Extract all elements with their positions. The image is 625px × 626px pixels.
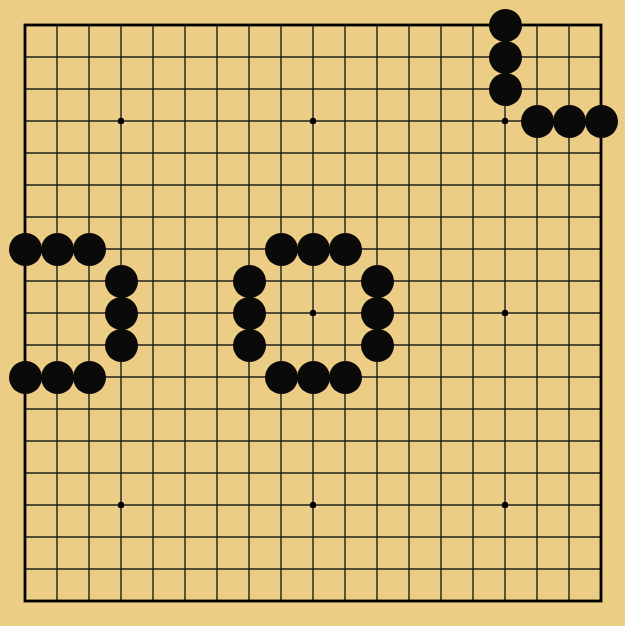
intersection-O10[interactable] [425, 297, 457, 329]
intersection-F14[interactable] [169, 169, 201, 201]
intersection-L6[interactable] [329, 425, 361, 457]
intersection-H1[interactable] [233, 585, 265, 617]
intersection-C1[interactable] [73, 585, 105, 617]
intersection-B10[interactable] [41, 297, 73, 329]
intersection-M13[interactable] [361, 201, 393, 233]
intersection-K9[interactable] [297, 329, 329, 361]
intersection-P6[interactable] [457, 425, 489, 457]
intersection-D18[interactable] [105, 41, 137, 73]
intersection-T9[interactable] [585, 329, 617, 361]
intersection-H11[interactable] [233, 265, 265, 297]
intersection-K17[interactable] [297, 73, 329, 105]
intersection-M16[interactable] [361, 105, 393, 137]
intersection-O11[interactable] [425, 265, 457, 297]
intersection-F9[interactable] [169, 329, 201, 361]
intersection-C12[interactable] [73, 233, 105, 265]
intersection-R15[interactable] [521, 137, 553, 169]
intersection-N7[interactable] [393, 393, 425, 425]
intersection-J15[interactable] [265, 137, 297, 169]
intersection-E7[interactable] [137, 393, 169, 425]
intersection-R19[interactable] [521, 9, 553, 41]
intersection-Q1[interactable] [489, 585, 521, 617]
intersection-A6[interactable] [9, 425, 41, 457]
intersection-J2[interactable] [265, 553, 297, 585]
intersection-B17[interactable] [41, 73, 73, 105]
intersection-A3[interactable] [9, 521, 41, 553]
intersection-C6[interactable] [73, 425, 105, 457]
intersection-H14[interactable] [233, 169, 265, 201]
intersection-N13[interactable] [393, 201, 425, 233]
intersection-G13[interactable] [201, 201, 233, 233]
intersection-L8[interactable] [329, 361, 361, 393]
intersection-A10[interactable] [9, 297, 41, 329]
intersection-R11[interactable] [521, 265, 553, 297]
intersection-H10[interactable] [233, 297, 265, 329]
intersection-M7[interactable] [361, 393, 393, 425]
intersection-G6[interactable] [201, 425, 233, 457]
intersection-T17[interactable] [585, 73, 617, 105]
intersection-B5[interactable] [41, 457, 73, 489]
intersection-G14[interactable] [201, 169, 233, 201]
intersection-H8[interactable] [233, 361, 265, 393]
intersection-D9[interactable] [105, 329, 137, 361]
intersection-L19[interactable] [329, 9, 361, 41]
intersection-P9[interactable] [457, 329, 489, 361]
intersection-S10[interactable] [553, 297, 585, 329]
intersection-S11[interactable] [553, 265, 585, 297]
intersection-B9[interactable] [41, 329, 73, 361]
intersection-K12[interactable] [297, 233, 329, 265]
intersection-N3[interactable] [393, 521, 425, 553]
intersection-F17[interactable] [169, 73, 201, 105]
intersection-F11[interactable] [169, 265, 201, 297]
intersection-K16[interactable] [297, 105, 329, 137]
intersection-B14[interactable] [41, 169, 73, 201]
intersection-T15[interactable] [585, 137, 617, 169]
intersection-R3[interactable] [521, 521, 553, 553]
intersection-C3[interactable] [73, 521, 105, 553]
intersection-N8[interactable] [393, 361, 425, 393]
intersection-Q6[interactable] [489, 425, 521, 457]
intersection-G4[interactable] [201, 489, 233, 521]
intersection-R10[interactable] [521, 297, 553, 329]
intersection-E15[interactable] [137, 137, 169, 169]
intersection-J3[interactable] [265, 521, 297, 553]
intersection-J4[interactable] [265, 489, 297, 521]
intersection-C9[interactable] [73, 329, 105, 361]
intersection-G18[interactable] [201, 41, 233, 73]
intersection-F2[interactable] [169, 553, 201, 585]
intersection-F7[interactable] [169, 393, 201, 425]
intersection-J1[interactable] [265, 585, 297, 617]
intersection-D5[interactable] [105, 457, 137, 489]
intersection-O15[interactable] [425, 137, 457, 169]
intersection-P3[interactable] [457, 521, 489, 553]
intersection-F12[interactable] [169, 233, 201, 265]
intersection-H6[interactable] [233, 425, 265, 457]
intersection-T7[interactable] [585, 393, 617, 425]
intersection-N19[interactable] [393, 9, 425, 41]
intersection-R9[interactable] [521, 329, 553, 361]
intersection-R18[interactable] [521, 41, 553, 73]
intersection-P15[interactable] [457, 137, 489, 169]
intersection-J10[interactable] [265, 297, 297, 329]
intersection-O8[interactable] [425, 361, 457, 393]
intersection-G19[interactable] [201, 9, 233, 41]
intersection-C8[interactable] [73, 361, 105, 393]
intersection-K4[interactable] [297, 489, 329, 521]
intersection-C5[interactable] [73, 457, 105, 489]
intersection-L14[interactable] [329, 169, 361, 201]
intersection-D14[interactable] [105, 169, 137, 201]
intersection-D1[interactable] [105, 585, 137, 617]
intersection-C4[interactable] [73, 489, 105, 521]
intersection-P17[interactable] [457, 73, 489, 105]
intersection-S9[interactable] [553, 329, 585, 361]
intersection-L17[interactable] [329, 73, 361, 105]
intersection-E11[interactable] [137, 265, 169, 297]
intersection-O14[interactable] [425, 169, 457, 201]
intersection-Q8[interactable] [489, 361, 521, 393]
intersection-E2[interactable] [137, 553, 169, 585]
intersection-R2[interactable] [521, 553, 553, 585]
intersection-H12[interactable] [233, 233, 265, 265]
intersection-S16[interactable] [553, 105, 585, 137]
intersection-L9[interactable] [329, 329, 361, 361]
intersection-T13[interactable] [585, 201, 617, 233]
intersection-T5[interactable] [585, 457, 617, 489]
intersection-M12[interactable] [361, 233, 393, 265]
intersection-N12[interactable] [393, 233, 425, 265]
intersection-D6[interactable] [105, 425, 137, 457]
intersection-D16[interactable] [105, 105, 137, 137]
intersection-L2[interactable] [329, 553, 361, 585]
intersection-T12[interactable] [585, 233, 617, 265]
intersection-T16[interactable] [585, 105, 617, 137]
intersection-R17[interactable] [521, 73, 553, 105]
intersection-R13[interactable] [521, 201, 553, 233]
intersection-B7[interactable] [41, 393, 73, 425]
intersection-J14[interactable] [265, 169, 297, 201]
intersection-M9[interactable] [361, 329, 393, 361]
intersection-D19[interactable] [105, 9, 137, 41]
intersection-A5[interactable] [9, 457, 41, 489]
intersection-Q11[interactable] [489, 265, 521, 297]
intersection-N1[interactable] [393, 585, 425, 617]
intersection-M1[interactable] [361, 585, 393, 617]
intersection-M3[interactable] [361, 521, 393, 553]
intersection-D10[interactable] [105, 297, 137, 329]
intersection-Q5[interactable] [489, 457, 521, 489]
intersection-E10[interactable] [137, 297, 169, 329]
intersection-T8[interactable] [585, 361, 617, 393]
intersection-A2[interactable] [9, 553, 41, 585]
intersection-J9[interactable] [265, 329, 297, 361]
intersection-Q9[interactable] [489, 329, 521, 361]
intersection-Q10[interactable] [489, 297, 521, 329]
intersection-R5[interactable] [521, 457, 553, 489]
intersection-B18[interactable] [41, 41, 73, 73]
intersection-P14[interactable] [457, 169, 489, 201]
intersection-L10[interactable] [329, 297, 361, 329]
intersection-O7[interactable] [425, 393, 457, 425]
intersection-L12[interactable] [329, 233, 361, 265]
intersection-O12[interactable] [425, 233, 457, 265]
intersection-E18[interactable] [137, 41, 169, 73]
intersection-C2[interactable] [73, 553, 105, 585]
intersection-C11[interactable] [73, 265, 105, 297]
intersection-H9[interactable] [233, 329, 265, 361]
intersection-O16[interactable] [425, 105, 457, 137]
intersection-J11[interactable] [265, 265, 297, 297]
intersection-F3[interactable] [169, 521, 201, 553]
intersection-K15[interactable] [297, 137, 329, 169]
intersection-H2[interactable] [233, 553, 265, 585]
intersection-T11[interactable] [585, 265, 617, 297]
intersection-L15[interactable] [329, 137, 361, 169]
intersection-D12[interactable] [105, 233, 137, 265]
intersection-P10[interactable] [457, 297, 489, 329]
intersection-G7[interactable] [201, 393, 233, 425]
intersection-M11[interactable] [361, 265, 393, 297]
intersection-Q2[interactable] [489, 553, 521, 585]
intersection-F10[interactable] [169, 297, 201, 329]
intersection-D2[interactable] [105, 553, 137, 585]
intersection-H19[interactable] [233, 9, 265, 41]
intersection-Q12[interactable] [489, 233, 521, 265]
intersection-E8[interactable] [137, 361, 169, 393]
intersection-K5[interactable] [297, 457, 329, 489]
intersection-K8[interactable] [297, 361, 329, 393]
intersection-C15[interactable] [73, 137, 105, 169]
intersection-O4[interactable] [425, 489, 457, 521]
intersection-C7[interactable] [73, 393, 105, 425]
intersection-G2[interactable] [201, 553, 233, 585]
intersection-P11[interactable] [457, 265, 489, 297]
intersection-F19[interactable] [169, 9, 201, 41]
intersection-S6[interactable] [553, 425, 585, 457]
intersection-E1[interactable] [137, 585, 169, 617]
intersection-O9[interactable] [425, 329, 457, 361]
intersection-T18[interactable] [585, 41, 617, 73]
intersection-B4[interactable] [41, 489, 73, 521]
intersection-J8[interactable] [265, 361, 297, 393]
intersection-T14[interactable] [585, 169, 617, 201]
intersection-E13[interactable] [137, 201, 169, 233]
intersection-Q14[interactable] [489, 169, 521, 201]
intersection-E17[interactable] [137, 73, 169, 105]
intersection-F13[interactable] [169, 201, 201, 233]
intersection-R1[interactable] [521, 585, 553, 617]
intersection-K6[interactable] [297, 425, 329, 457]
intersection-O2[interactable] [425, 553, 457, 585]
intersection-A8[interactable] [9, 361, 41, 393]
intersection-K10[interactable] [297, 297, 329, 329]
intersection-J16[interactable] [265, 105, 297, 137]
intersection-A15[interactable] [9, 137, 41, 169]
intersection-E3[interactable] [137, 521, 169, 553]
intersection-D3[interactable] [105, 521, 137, 553]
intersection-H16[interactable] [233, 105, 265, 137]
intersection-Q19[interactable] [489, 9, 521, 41]
intersection-A4[interactable] [9, 489, 41, 521]
intersection-S1[interactable] [553, 585, 585, 617]
intersection-K19[interactable] [297, 9, 329, 41]
intersection-S8[interactable] [553, 361, 585, 393]
intersection-J18[interactable] [265, 41, 297, 73]
intersection-M19[interactable] [361, 9, 393, 41]
intersection-O3[interactable] [425, 521, 457, 553]
intersection-N15[interactable] [393, 137, 425, 169]
intersection-B8[interactable] [41, 361, 73, 393]
intersection-Q7[interactable] [489, 393, 521, 425]
intersection-A11[interactable] [9, 265, 41, 297]
intersection-Q15[interactable] [489, 137, 521, 169]
intersection-K1[interactable] [297, 585, 329, 617]
intersection-G10[interactable] [201, 297, 233, 329]
intersection-P12[interactable] [457, 233, 489, 265]
intersection-Q17[interactable] [489, 73, 521, 105]
intersection-J19[interactable] [265, 9, 297, 41]
intersection-M5[interactable] [361, 457, 393, 489]
intersection-H15[interactable] [233, 137, 265, 169]
intersection-D4[interactable] [105, 489, 137, 521]
intersection-E5[interactable] [137, 457, 169, 489]
intersection-Q4[interactable] [489, 489, 521, 521]
intersection-P7[interactable] [457, 393, 489, 425]
intersection-C18[interactable] [73, 41, 105, 73]
intersection-D11[interactable] [105, 265, 137, 297]
intersection-E14[interactable] [137, 169, 169, 201]
intersection-S19[interactable] [553, 9, 585, 41]
intersection-J17[interactable] [265, 73, 297, 105]
intersection-T2[interactable] [585, 553, 617, 585]
intersection-J6[interactable] [265, 425, 297, 457]
intersection-A17[interactable] [9, 73, 41, 105]
intersection-S5[interactable] [553, 457, 585, 489]
intersection-R4[interactable] [521, 489, 553, 521]
intersection-S3[interactable] [553, 521, 585, 553]
intersection-S18[interactable] [553, 41, 585, 73]
intersection-P4[interactable] [457, 489, 489, 521]
intersection-M4[interactable] [361, 489, 393, 521]
intersection-F15[interactable] [169, 137, 201, 169]
intersection-F6[interactable] [169, 425, 201, 457]
intersection-A7[interactable] [9, 393, 41, 425]
intersection-C19[interactable] [73, 9, 105, 41]
intersection-P5[interactable] [457, 457, 489, 489]
intersection-C16[interactable] [73, 105, 105, 137]
intersection-K3[interactable] [297, 521, 329, 553]
intersection-B16[interactable] [41, 105, 73, 137]
intersection-A9[interactable] [9, 329, 41, 361]
intersection-E19[interactable] [137, 9, 169, 41]
intersection-L16[interactable] [329, 105, 361, 137]
intersection-T3[interactable] [585, 521, 617, 553]
intersection-J5[interactable] [265, 457, 297, 489]
intersection-L11[interactable] [329, 265, 361, 297]
intersection-S17[interactable] [553, 73, 585, 105]
intersection-A16[interactable] [9, 105, 41, 137]
intersection-D7[interactable] [105, 393, 137, 425]
intersection-M15[interactable] [361, 137, 393, 169]
intersection-J7[interactable] [265, 393, 297, 425]
intersection-E12[interactable] [137, 233, 169, 265]
intersection-L4[interactable] [329, 489, 361, 521]
intersection-K18[interactable] [297, 41, 329, 73]
intersection-G17[interactable] [201, 73, 233, 105]
intersection-G1[interactable] [201, 585, 233, 617]
intersection-B1[interactable] [41, 585, 73, 617]
intersection-G12[interactable] [201, 233, 233, 265]
intersection-T4[interactable] [585, 489, 617, 521]
intersection-N9[interactable] [393, 329, 425, 361]
intersection-T19[interactable] [585, 9, 617, 41]
intersection-Q16[interactable] [489, 105, 521, 137]
intersection-O18[interactable] [425, 41, 457, 73]
intersection-K11[interactable] [297, 265, 329, 297]
intersection-G11[interactable] [201, 265, 233, 297]
intersection-B15[interactable] [41, 137, 73, 169]
intersection-M2[interactable] [361, 553, 393, 585]
intersection-P19[interactable] [457, 9, 489, 41]
intersection-S14[interactable] [553, 169, 585, 201]
intersection-G15[interactable] [201, 137, 233, 169]
intersection-P13[interactable] [457, 201, 489, 233]
intersection-G3[interactable] [201, 521, 233, 553]
intersection-L7[interactable] [329, 393, 361, 425]
intersection-A19[interactable] [9, 9, 41, 41]
intersection-N18[interactable] [393, 41, 425, 73]
intersection-P8[interactable] [457, 361, 489, 393]
intersection-L1[interactable] [329, 585, 361, 617]
intersection-K14[interactable] [297, 169, 329, 201]
intersection-S2[interactable] [553, 553, 585, 585]
intersection-N16[interactable] [393, 105, 425, 137]
intersection-C13[interactable] [73, 201, 105, 233]
intersection-R14[interactable] [521, 169, 553, 201]
intersection-P1[interactable] [457, 585, 489, 617]
intersection-L5[interactable] [329, 457, 361, 489]
intersection-B3[interactable] [41, 521, 73, 553]
intersection-E16[interactable] [137, 105, 169, 137]
intersection-G5[interactable] [201, 457, 233, 489]
intersection-H5[interactable] [233, 457, 265, 489]
intersection-F1[interactable] [169, 585, 201, 617]
intersection-K7[interactable] [297, 393, 329, 425]
intersection-D13[interactable] [105, 201, 137, 233]
intersection-A18[interactable] [9, 41, 41, 73]
intersection-F16[interactable] [169, 105, 201, 137]
intersection-L3[interactable] [329, 521, 361, 553]
intersection-C17[interactable] [73, 73, 105, 105]
intersection-Q3[interactable] [489, 521, 521, 553]
intersection-A1[interactable] [9, 585, 41, 617]
intersection-P18[interactable] [457, 41, 489, 73]
intersection-N14[interactable] [393, 169, 425, 201]
intersection-T6[interactable] [585, 425, 617, 457]
intersection-H17[interactable] [233, 73, 265, 105]
intersection-S7[interactable] [553, 393, 585, 425]
intersection-C14[interactable] [73, 169, 105, 201]
intersection-C10[interactable] [73, 297, 105, 329]
intersection-B6[interactable] [41, 425, 73, 457]
intersection-T1[interactable] [585, 585, 617, 617]
intersection-H7[interactable] [233, 393, 265, 425]
intersection-B2[interactable] [41, 553, 73, 585]
intersection-B12[interactable] [41, 233, 73, 265]
intersection-H3[interactable] [233, 521, 265, 553]
